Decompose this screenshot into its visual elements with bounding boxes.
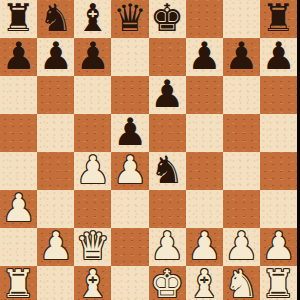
white-pawn-piece[interactable]: ♟ (76, 151, 110, 189)
white-knight-piece[interactable]: ♞ (224, 265, 258, 300)
square-c7[interactable]: ♟ (74, 38, 111, 76)
square-g4[interactable] (223, 152, 260, 190)
black-queen-piece[interactable]: ♛ (113, 0, 147, 37)
square-e7[interactable] (149, 38, 186, 76)
square-d8[interactable]: ♛ (111, 0, 148, 38)
square-e8[interactable]: ♚ (149, 0, 186, 38)
square-g8[interactable] (223, 0, 260, 38)
white-queen-piece[interactable]: ♛ (76, 227, 110, 265)
square-e2[interactable]: ♟ (149, 228, 186, 266)
square-h3[interactable] (260, 190, 297, 228)
square-f5[interactable] (186, 114, 223, 152)
square-g1[interactable]: ♞ (223, 266, 260, 300)
square-h7[interactable]: ♟ (260, 38, 297, 76)
white-bishop-piece[interactable]: ♝ (76, 265, 110, 300)
square-f6[interactable] (186, 76, 223, 114)
black-king-piece[interactable]: ♚ (150, 0, 184, 37)
square-h4[interactable] (260, 152, 297, 190)
square-h6[interactable] (260, 76, 297, 114)
white-pawn-piece[interactable]: ♟ (261, 227, 295, 265)
black-rook-piece[interactable]: ♜ (261, 0, 295, 37)
chess-board-frame: ♜♞♝♛♚♜♟♟♟♟♟♟♟♟♟♟♞♟♟♛♟♟♟♟♜♝♚♝♞♜ (0, 0, 300, 300)
white-rook-piece[interactable]: ♜ (261, 265, 295, 300)
white-pawn-piece[interactable]: ♟ (224, 227, 258, 265)
square-c1[interactable]: ♝ (74, 266, 111, 300)
square-a4[interactable] (0, 152, 37, 190)
square-c5[interactable] (74, 114, 111, 152)
black-knight-piece[interactable]: ♞ (39, 0, 73, 37)
black-rook-piece[interactable]: ♜ (2, 0, 36, 37)
black-pawn-piece[interactable]: ♟ (39, 37, 73, 75)
square-c3[interactable] (74, 190, 111, 228)
white-pawn-piece[interactable]: ♟ (2, 189, 36, 227)
square-d2[interactable] (111, 228, 148, 266)
square-e5[interactable] (149, 114, 186, 152)
square-b7[interactable]: ♟ (37, 38, 74, 76)
square-a6[interactable] (0, 76, 37, 114)
chess-board: ♜♞♝♛♚♜♟♟♟♟♟♟♟♟♟♟♞♟♟♛♟♟♟♟♜♝♚♝♞♜ (0, 0, 297, 297)
square-a3[interactable]: ♟ (0, 190, 37, 228)
white-pawn-piece[interactable]: ♟ (150, 227, 184, 265)
square-a8[interactable]: ♜ (0, 0, 37, 38)
square-c4[interactable]: ♟ (74, 152, 111, 190)
square-f7[interactable]: ♟ (186, 38, 223, 76)
white-pawn-piece[interactable]: ♟ (187, 227, 221, 265)
square-f1[interactable]: ♝ (186, 266, 223, 300)
black-pawn-piece[interactable]: ♟ (150, 75, 184, 113)
square-g7[interactable]: ♟ (223, 38, 260, 76)
square-e3[interactable] (149, 190, 186, 228)
white-bishop-piece[interactable]: ♝ (187, 265, 221, 300)
square-h8[interactable]: ♜ (260, 0, 297, 38)
black-bishop-piece[interactable]: ♝ (76, 0, 110, 37)
square-g5[interactable] (223, 114, 260, 152)
black-pawn-piece[interactable]: ♟ (261, 37, 295, 75)
square-a7[interactable]: ♟ (0, 38, 37, 76)
black-pawn-piece[interactable]: ♟ (224, 37, 258, 75)
square-b1[interactable] (37, 266, 74, 300)
square-f4[interactable] (186, 152, 223, 190)
square-g6[interactable] (223, 76, 260, 114)
square-b3[interactable] (37, 190, 74, 228)
square-a1[interactable]: ♜ (0, 266, 37, 300)
square-g3[interactable] (223, 190, 260, 228)
square-d7[interactable] (111, 38, 148, 76)
square-b4[interactable] (37, 152, 74, 190)
square-e6[interactable]: ♟ (149, 76, 186, 114)
square-d5[interactable]: ♟ (111, 114, 148, 152)
square-h1[interactable]: ♜ (260, 266, 297, 300)
square-b5[interactable] (37, 114, 74, 152)
square-d6[interactable] (111, 76, 148, 114)
square-d3[interactable] (111, 190, 148, 228)
square-h5[interactable] (260, 114, 297, 152)
square-f3[interactable] (186, 190, 223, 228)
square-g2[interactable]: ♟ (223, 228, 260, 266)
square-f2[interactable]: ♟ (186, 228, 223, 266)
square-h2[interactable]: ♟ (260, 228, 297, 266)
square-c8[interactable]: ♝ (74, 0, 111, 38)
black-pawn-piece[interactable]: ♟ (187, 37, 221, 75)
black-pawn-piece[interactable]: ♟ (76, 37, 110, 75)
square-f8[interactable] (186, 0, 223, 38)
black-pawn-piece[interactable]: ♟ (2, 37, 36, 75)
square-c6[interactable] (74, 76, 111, 114)
white-pawn-piece[interactable]: ♟ (113, 151, 147, 189)
square-e1[interactable]: ♚ (149, 266, 186, 300)
square-d4[interactable]: ♟ (111, 152, 148, 190)
square-b8[interactable]: ♞ (37, 0, 74, 38)
square-b6[interactable] (37, 76, 74, 114)
square-c2[interactable]: ♛ (74, 228, 111, 266)
black-pawn-piece[interactable]: ♟ (113, 113, 147, 151)
square-a2[interactable] (0, 228, 37, 266)
white-king-piece[interactable]: ♚ (150, 265, 184, 300)
square-a5[interactable] (0, 114, 37, 152)
white-pawn-piece[interactable]: ♟ (39, 227, 73, 265)
black-knight-piece[interactable]: ♞ (150, 151, 184, 189)
square-d1[interactable] (111, 266, 148, 300)
square-e4[interactable]: ♞ (149, 152, 186, 190)
square-b2[interactable]: ♟ (37, 228, 74, 266)
white-rook-piece[interactable]: ♜ (2, 265, 36, 300)
